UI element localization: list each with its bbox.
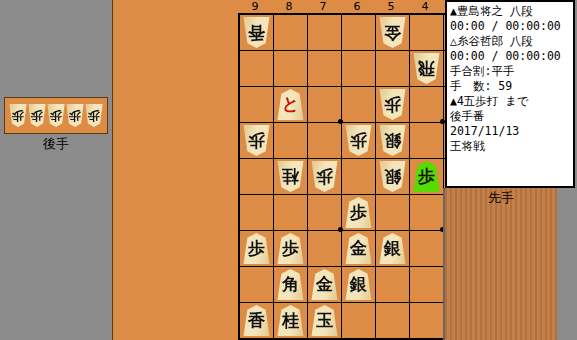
piece-glyph: 香: [248, 21, 265, 44]
info-line: ▲4五歩打 まで: [450, 94, 570, 109]
hand-piece-歩[interactable]: 歩: [9, 104, 27, 127]
shogi-piece-飛[interactable]: 飛: [413, 53, 440, 84]
board-square[interactable]: 角: [274, 267, 308, 303]
board-square[interactable]: 桂: [274, 159, 308, 195]
info-line: 00:00 / 00:00:00: [450, 19, 570, 34]
file-label: 4: [408, 0, 442, 13]
piece-glyph: 飛: [418, 57, 435, 80]
info-line: 00:00 / 00:00:00: [450, 49, 570, 64]
piece-glyph: 角: [282, 273, 299, 296]
info-line: 手 数: 59: [450, 79, 570, 94]
shogi-piece-桂[interactable]: 桂: [277, 161, 304, 192]
board-square[interactable]: 歩: [342, 123, 376, 159]
board-square[interactable]: 桂: [274, 303, 308, 339]
shogi-piece-玉[interactable]: 玉: [311, 305, 338, 336]
piece-glyph: 玉: [316, 309, 333, 332]
shogi-piece-歩[interactable]: 歩: [311, 161, 338, 192]
board-square[interactable]: [410, 15, 444, 51]
sente-tray-label: 先手: [445, 188, 557, 207]
shogi-piece-香[interactable]: 香: [243, 17, 270, 48]
board-square[interactable]: 歩: [274, 231, 308, 267]
board-square[interactable]: 銀: [376, 231, 410, 267]
shogi-piece-銀[interactable]: 銀: [379, 161, 406, 192]
shogi-piece-金[interactable]: 金: [379, 17, 406, 48]
board-square[interactable]: 歩: [240, 123, 274, 159]
board-square[interactable]: 歩: [240, 231, 274, 267]
shogi-piece-角[interactable]: 角: [277, 269, 304, 300]
piece-glyph: 歩: [88, 107, 100, 124]
piece-glyph: 歩: [316, 165, 333, 188]
board-square[interactable]: [410, 87, 444, 123]
board-square[interactable]: [376, 195, 410, 231]
shogi-piece-銀[interactable]: 銀: [379, 233, 406, 264]
piece-glyph: 歩: [50, 107, 62, 124]
board-square[interactable]: 香: [240, 15, 274, 51]
board-square[interactable]: [410, 123, 444, 159]
info-line: 後手番: [450, 109, 570, 124]
piece-glyph: 銀: [384, 129, 401, 152]
hand-piece-歩[interactable]: 歩: [85, 104, 103, 127]
piece-glyph: 金: [316, 273, 333, 296]
board-square[interactable]: [240, 159, 274, 195]
piece-glyph: と: [282, 93, 299, 116]
board-square[interactable]: 歩: [308, 159, 342, 195]
board-square[interactable]: [410, 303, 444, 339]
board-square[interactable]: 銀: [376, 123, 410, 159]
board-square[interactable]: 金: [342, 231, 376, 267]
piece-glyph: 歩: [69, 107, 81, 124]
piece-glyph: 歩: [12, 107, 24, 124]
file-label: 9: [238, 0, 272, 13]
shogi-piece-歩[interactable]: 歩: [345, 125, 372, 156]
file-label: 6: [340, 0, 374, 13]
board-square[interactable]: と: [274, 87, 308, 123]
board-square[interactable]: 金: [376, 15, 410, 51]
game-info-panel: ▲豊島将之 八段00:00 / 00:00:00△糸谷哲郎 八段00:00 / …: [445, 0, 575, 188]
board-area: 987654321 一二三四五六七八九 香金王桂香飛と歩角歩歩歩銀金歩桂歩銀歩歩…: [112, 0, 445, 340]
piece-glyph: 香: [248, 309, 265, 332]
piece-glyph: 歩: [418, 165, 435, 188]
piece-glyph: 歩: [248, 237, 265, 260]
file-label: 7: [306, 0, 340, 13]
board-square[interactable]: [240, 267, 274, 303]
board-square[interactable]: [376, 267, 410, 303]
file-label: 8: [272, 0, 306, 13]
piece-glyph: 歩: [350, 129, 367, 152]
board-square[interactable]: [308, 195, 342, 231]
gote-tray-label: 後手: [4, 135, 108, 153]
piece-glyph: 歩: [350, 201, 367, 224]
shogi-piece-銀[interactable]: 銀: [345, 269, 372, 300]
board-square[interactable]: [308, 15, 342, 51]
board-square[interactable]: [274, 51, 308, 87]
piece-glyph: 金: [384, 21, 401, 44]
hand-piece-歩[interactable]: 歩: [28, 104, 46, 127]
star-point: [338, 119, 343, 124]
file-label: 5: [374, 0, 408, 13]
shogi-piece-歩[interactable]: 歩: [243, 125, 270, 156]
board-square[interactable]: [240, 87, 274, 123]
piece-glyph: 歩: [282, 237, 299, 260]
shogi-piece-歩[interactable]: 歩: [379, 89, 406, 120]
board-square[interactable]: [274, 195, 308, 231]
shogi-piece-歩[interactable]: 歩: [413, 161, 440, 192]
shogi-piece-と[interactable]: と: [277, 89, 304, 120]
shogi-piece-銀[interactable]: 銀: [379, 125, 406, 156]
shogi-piece-香[interactable]: 香: [243, 305, 270, 336]
board-square[interactable]: 歩: [342, 195, 376, 231]
board-square[interactable]: 玉: [308, 303, 342, 339]
piece-glyph: 銀: [384, 165, 401, 188]
board-square[interactable]: 飛: [410, 51, 444, 87]
board-square[interactable]: 歩: [410, 159, 444, 195]
sente-hand-tray[interactable]: 先手: [443, 188, 557, 340]
piece-glyph: 歩: [31, 107, 43, 124]
info-line: 手合割:平手: [450, 64, 570, 79]
board-square[interactable]: [240, 51, 274, 87]
piece-glyph: 銀: [384, 237, 401, 260]
board-square[interactable]: [342, 303, 376, 339]
board-square[interactable]: 金: [308, 267, 342, 303]
hand-piece-歩[interactable]: 歩: [66, 104, 84, 127]
piece-glyph: 銀: [350, 273, 367, 296]
board-square[interactable]: [274, 123, 308, 159]
board-square[interactable]: [376, 303, 410, 339]
piece-glyph: 歩: [384, 93, 401, 116]
board-square[interactable]: [240, 195, 274, 231]
shogi-piece-歩[interactable]: 歩: [243, 233, 270, 264]
star-point: [338, 227, 343, 232]
shogi-app-window: 987654321 一二三四五六七八九 香金王桂香飛と歩角歩歩歩銀金歩桂歩銀歩歩…: [0, 0, 577, 340]
board-square[interactable]: 香: [240, 303, 274, 339]
shogi-piece-歩[interactable]: 歩: [277, 233, 304, 264]
board-square[interactable]: [308, 51, 342, 87]
info-line: ▲豊島将之 八段: [450, 4, 570, 19]
board-square[interactable]: [342, 15, 376, 51]
board-square[interactable]: [308, 231, 342, 267]
board-square[interactable]: [274, 15, 308, 51]
piece-glyph: 桂: [282, 165, 299, 188]
board-square[interactable]: [308, 123, 342, 159]
board-square[interactable]: [342, 87, 376, 123]
board-square[interactable]: [410, 195, 444, 231]
board-square[interactable]: [342, 51, 376, 87]
hand-piece-歩[interactable]: 歩: [47, 104, 65, 127]
shogi-piece-金[interactable]: 金: [345, 233, 372, 264]
board-square[interactable]: 銀: [342, 267, 376, 303]
piece-glyph: 金: [350, 237, 367, 260]
board-square[interactable]: [308, 87, 342, 123]
board-square[interactable]: [410, 267, 444, 303]
info-line: 2017/11/13: [450, 124, 570, 139]
shogi-piece-歩[interactable]: 歩: [345, 197, 372, 228]
info-line: 王将戦: [450, 139, 570, 154]
board-square[interactable]: [342, 159, 376, 195]
piece-glyph: 歩: [248, 129, 265, 152]
gote-hand-tray[interactable]: 歩歩歩歩歩: [4, 97, 108, 134]
board-square[interactable]: [376, 51, 410, 87]
shogi-piece-桂[interactable]: 桂: [277, 305, 304, 336]
board-square[interactable]: [410, 231, 444, 267]
shogi-piece-金[interactable]: 金: [311, 269, 338, 300]
board-square[interactable]: 銀: [376, 159, 410, 195]
info-line: △糸谷哲郎 八段: [450, 34, 570, 49]
board-square[interactable]: 歩: [376, 87, 410, 123]
piece-glyph: 桂: [282, 309, 299, 332]
